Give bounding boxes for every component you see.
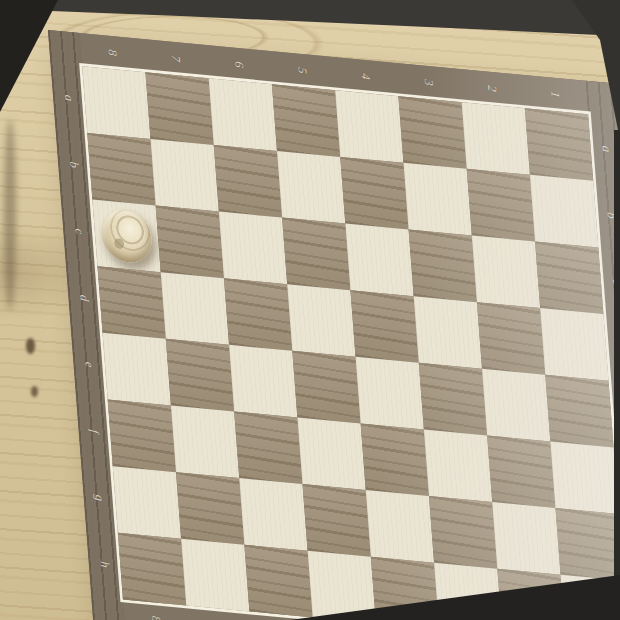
square-f3[interactable] [424,429,492,502]
rank-label-4: 4 [358,73,373,81]
file-label-a: a [61,94,76,102]
square-b2[interactable] [467,169,535,242]
square-d2[interactable] [477,302,545,375]
square-h7[interactable] [181,539,249,612]
square-d1[interactable] [540,308,608,381]
rank-label-6: 6 [231,61,246,69]
square-e1[interactable] [545,375,613,448]
rank-label-5: 5 [295,67,310,75]
square-a3[interactable] [398,96,466,169]
square-f1[interactable] [550,441,618,514]
square-e8[interactable] [103,333,171,406]
square-g6[interactable] [239,478,307,551]
wood-knot [31,386,38,397]
chess-board: ♙ 88aa77bb66cc55dd44ee33ff22gg11hh [48,30,620,620]
square-b4[interactable] [340,157,408,230]
square-c2[interactable] [472,235,540,308]
square-d5[interactable] [287,284,355,357]
square-b6[interactable] [214,145,282,218]
square-h8[interactable] [118,533,186,606]
square-h5[interactable] [308,551,376,620]
square-e3[interactable] [419,363,487,436]
square-c3[interactable] [409,230,477,303]
file-label-b: b [66,161,81,169]
file-label-h: h [97,561,112,569]
file-label-d: d [77,294,92,302]
square-b5[interactable] [277,151,345,224]
square-g5[interactable] [302,484,370,557]
square-c5[interactable] [282,218,350,291]
wood-knot [26,338,35,354]
square-c8[interactable]: ♙ [92,200,160,273]
square-g7[interactable] [176,472,244,545]
square-b8[interactable] [87,133,155,206]
square-g1[interactable] [555,508,620,581]
file-label-g: g [92,494,107,502]
square-d7[interactable] [161,272,229,345]
square-b3[interactable] [403,163,471,236]
square-d6[interactable] [224,278,292,351]
square-a4[interactable] [335,90,403,163]
square-f6[interactable] [234,411,302,484]
square-a1[interactable] [525,108,593,181]
rank-label-8: 8 [148,615,163,620]
square-h1[interactable] [561,575,620,620]
rank-label-8: 8 [105,49,120,57]
square-e6[interactable] [229,345,297,418]
square-d4[interactable] [350,290,418,363]
playing-area: ♙ [79,63,620,620]
square-e2[interactable] [482,369,550,442]
table-shadow-band [4,120,16,310]
square-g4[interactable] [366,490,434,563]
square-f4[interactable] [361,423,429,496]
square-h3[interactable] [434,563,502,620]
rank-label-1: 1 [548,91,563,99]
square-a6[interactable] [209,78,277,151]
square-h4[interactable] [371,557,439,620]
square-f7[interactable] [171,405,239,478]
square-e7[interactable] [166,339,234,412]
photo-stage: ♙ 88aa77bb66cc55dd44ee33ff22gg11hh [0,0,620,620]
square-c6[interactable] [219,212,287,285]
square-g8[interactable] [113,466,181,539]
square-a2[interactable] [462,102,530,175]
square-h2[interactable] [497,569,565,620]
square-g2[interactable] [492,502,560,575]
square-a8[interactable] [82,66,150,139]
file-label-e: e [82,361,97,368]
square-a5[interactable] [272,84,340,157]
rank-label-2: 2 [484,85,499,93]
piece-glyph: ♙ [99,207,153,265]
square-f5[interactable] [297,417,365,490]
file-label-a: a [599,145,614,153]
file-label-c: c [71,228,86,235]
file-label-f: f [87,429,102,434]
square-c7[interactable] [156,206,224,279]
rank-label-3: 3 [421,79,436,87]
white-pawn[interactable]: ♙ [99,207,153,265]
rank-label-7: 7 [168,55,183,63]
backdrop-right-edge [614,130,620,590]
square-d3[interactable] [414,296,482,369]
square-g3[interactable] [429,496,497,569]
square-c4[interactable] [345,224,413,297]
square-b1[interactable] [530,175,598,248]
square-f2[interactable] [487,435,555,508]
square-e4[interactable] [356,357,424,430]
square-h6[interactable] [244,545,312,618]
square-a7[interactable] [145,72,213,145]
square-c1[interactable] [535,241,603,314]
square-e5[interactable] [292,351,360,424]
square-d8[interactable] [97,266,165,339]
square-b7[interactable] [151,139,219,212]
square-f8[interactable] [108,400,176,473]
